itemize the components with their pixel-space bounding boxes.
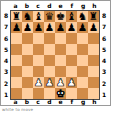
file-label-top-g: g: [78, 2, 89, 10]
rank-labels-left: 87654321: [2, 10, 10, 100]
black-pawn: ♟: [44, 22, 55, 33]
square-d7[interactable]: ♟: [44, 22, 55, 33]
rank-labels-right: 87654321: [100, 10, 108, 100]
square-e4[interactable]: [55, 55, 66, 66]
rank-label-right-4: 4: [100, 55, 108, 66]
black-pawn: ♟: [77, 22, 88, 33]
square-a6[interactable]: [11, 33, 22, 44]
rank-label-left-4: 4: [2, 55, 10, 66]
square-b2[interactable]: [22, 77, 33, 88]
square-a3[interactable]: [11, 66, 22, 77]
square-c7[interactable]: ♟: [33, 22, 44, 33]
file-label-top-a: a: [10, 2, 21, 10]
square-g5[interactable]: [77, 44, 88, 55]
square-d2[interactable]: ♟: [44, 77, 55, 88]
square-c2[interactable]: ♟: [33, 77, 44, 88]
caption-watermark: white to move: [2, 107, 33, 112]
square-a5[interactable]: [11, 44, 22, 55]
file-label-top-e: e: [55, 2, 66, 10]
square-a7[interactable]: ♟: [11, 22, 22, 33]
black-pawn: ♟: [88, 22, 99, 33]
file-label-bottom-h: h: [89, 98, 100, 106]
square-f4[interactable]: [66, 55, 77, 66]
square-b6[interactable]: [22, 33, 33, 44]
square-a2[interactable]: [11, 77, 22, 88]
square-h4[interactable]: [88, 55, 99, 66]
rank-label-left-1: 1: [2, 89, 10, 100]
file-label-top-f: f: [66, 2, 77, 10]
file-label-top-h: h: [89, 2, 100, 10]
file-label-top-b: b: [21, 2, 32, 10]
square-h6[interactable]: [88, 33, 99, 44]
square-b4[interactable]: [22, 55, 33, 66]
square-f5[interactable]: [66, 44, 77, 55]
file-label-bottom-c: c: [33, 98, 44, 106]
black-pawn: ♟: [33, 22, 44, 33]
file-label-bottom-g: g: [78, 98, 89, 106]
rank-label-left-3: 3: [2, 66, 10, 77]
square-d5[interactable]: [44, 44, 55, 55]
rank-label-left-8: 8: [2, 10, 10, 21]
rank-label-right-6: 6: [100, 33, 108, 44]
square-e7[interactable]: ♟: [55, 22, 66, 33]
rank-label-right-3: 3: [100, 66, 108, 77]
square-f6[interactable]: [66, 33, 77, 44]
square-h3[interactable]: [88, 66, 99, 77]
rank-label-left-6: 6: [2, 33, 10, 44]
rank-label-left-7: 7: [2, 21, 10, 32]
square-d4[interactable]: [44, 55, 55, 66]
file-labels-bottom: abcdefgh: [10, 98, 100, 106]
square-b5[interactable]: [22, 44, 33, 55]
rank-label-right-2: 2: [100, 78, 108, 89]
black-pawn: ♟: [55, 22, 66, 33]
square-c5[interactable]: [33, 44, 44, 55]
white-pawn: ♟: [66, 77, 77, 88]
file-label-top-c: c: [33, 2, 44, 10]
square-a4[interactable]: [11, 55, 22, 66]
square-f2[interactable]: ♟: [66, 77, 77, 88]
file-label-bottom-e: e: [55, 98, 66, 106]
rank-label-right-8: 8: [100, 10, 108, 21]
square-h2[interactable]: [88, 77, 99, 88]
chess-diagram: { "game": "chess", "position": { "fen": …: [0, 0, 114, 114]
square-e6[interactable]: [55, 33, 66, 44]
file-label-top-d: d: [44, 2, 55, 10]
white-pawn: ♟: [33, 77, 44, 88]
rank-label-right-7: 7: [100, 21, 108, 32]
file-label-bottom-a: a: [10, 98, 21, 106]
chess-board: ♜♞♝♛♚♝♞♜♟♟♟♟♟♟♟♟♟♟♟♟♚: [10, 10, 100, 100]
square-e5[interactable]: [55, 44, 66, 55]
rank-label-right-5: 5: [100, 44, 108, 55]
black-pawn: ♟: [11, 22, 22, 33]
file-label-bottom-f: f: [66, 98, 77, 106]
square-g7[interactable]: ♟: [77, 22, 88, 33]
rank-label-right-1: 1: [100, 89, 108, 100]
black-pawn: ♟: [66, 22, 77, 33]
black-pawn: ♟: [22, 22, 33, 33]
square-d6[interactable]: [44, 33, 55, 44]
square-h5[interactable]: [88, 44, 99, 55]
square-f7[interactable]: ♟: [66, 22, 77, 33]
square-h7[interactable]: ♟: [88, 22, 99, 33]
file-label-bottom-b: b: [21, 98, 32, 106]
file-label-bottom-d: d: [44, 98, 55, 106]
rank-label-left-2: 2: [2, 78, 10, 89]
board-frame: abcdefgh 87654321 ♜♞♝♛♚♝♞♜♟♟♟♟♟♟♟♟♟♟♟♟♚ …: [0, 0, 111, 106]
rank-label-left-5: 5: [2, 44, 10, 55]
square-g3[interactable]: [77, 66, 88, 77]
square-c4[interactable]: [33, 55, 44, 66]
file-labels-top: abcdefgh: [10, 2, 100, 10]
square-c6[interactable]: [33, 33, 44, 44]
white-pawn: ♟: [44, 77, 55, 88]
square-b3[interactable]: [22, 66, 33, 77]
square-b7[interactable]: ♟: [22, 22, 33, 33]
square-g4[interactable]: [77, 55, 88, 66]
square-g2[interactable]: [77, 77, 88, 88]
square-g6[interactable]: [77, 33, 88, 44]
